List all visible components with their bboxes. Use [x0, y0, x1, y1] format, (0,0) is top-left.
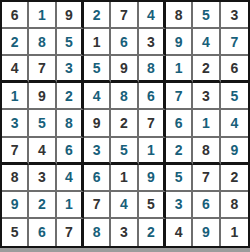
cell-r6c7[interactable]: 2	[166, 138, 193, 165]
cell-r7c4[interactable]: 6	[84, 165, 111, 192]
cell-r2c5[interactable]: 6	[111, 29, 138, 56]
cell-r2c4[interactable]: 1	[84, 29, 111, 56]
cell-r1c1[interactable]: 6	[2, 2, 29, 29]
cell-r2c1[interactable]: 2	[2, 29, 29, 56]
cell-r9c8[interactable]: 9	[193, 219, 220, 246]
cell-r2c9[interactable]: 7	[221, 29, 248, 56]
cell-r9c4[interactable]: 8	[84, 219, 111, 246]
cell-r4c8[interactable]: 3	[193, 83, 220, 110]
cell-r9c9[interactable]: 1	[221, 219, 248, 246]
cell-r4c5[interactable]: 8	[111, 83, 138, 110]
cell-r3c7[interactable]: 1	[166, 56, 193, 83]
cell-r3c5[interactable]: 9	[111, 56, 138, 83]
cell-r5c7[interactable]: 6	[166, 110, 193, 137]
cell-r7c5[interactable]: 1	[111, 165, 138, 192]
cell-r3c4[interactable]: 5	[84, 56, 111, 83]
cell-r5c9[interactable]: 4	[221, 110, 248, 137]
cell-r4c4[interactable]: 4	[84, 83, 111, 110]
cell-r7c9[interactable]: 2	[221, 165, 248, 192]
cell-r8c7[interactable]: 3	[166, 192, 193, 219]
cell-r8c4[interactable]: 7	[84, 192, 111, 219]
cell-r4c2[interactable]: 9	[29, 83, 56, 110]
cell-r6c9[interactable]: 9	[221, 138, 248, 165]
cell-r6c6[interactable]: 1	[139, 138, 166, 165]
cell-r1c7[interactable]: 8	[166, 2, 193, 29]
cell-r8c9[interactable]: 8	[221, 192, 248, 219]
cell-r4c1[interactable]: 1	[2, 83, 29, 110]
cell-r2c2[interactable]: 8	[29, 29, 56, 56]
cell-r7c1[interactable]: 8	[2, 165, 29, 192]
cell-r4c6[interactable]: 6	[139, 83, 166, 110]
cell-r2c6[interactable]: 3	[139, 29, 166, 56]
cell-r7c6[interactable]: 9	[139, 165, 166, 192]
cell-r3c6[interactable]: 8	[139, 56, 166, 83]
cell-r5c2[interactable]: 5	[29, 110, 56, 137]
cell-r3c8[interactable]: 2	[193, 56, 220, 83]
cell-r5c3[interactable]: 8	[57, 110, 84, 137]
cell-r9c2[interactable]: 6	[29, 219, 56, 246]
cell-r3c9[interactable]: 6	[221, 56, 248, 83]
cell-r4c3[interactable]: 2	[57, 83, 84, 110]
cell-r9c1[interactable]: 5	[2, 219, 29, 246]
cell-r1c2[interactable]: 1	[29, 2, 56, 29]
cell-r6c2[interactable]: 4	[29, 138, 56, 165]
cell-r3c2[interactable]: 7	[29, 56, 56, 83]
board-bottom-shadow	[0, 248, 250, 252]
cell-r4c9[interactable]: 5	[221, 83, 248, 110]
cell-r3c3[interactable]: 3	[57, 56, 84, 83]
cell-r5c4[interactable]: 9	[84, 110, 111, 137]
cell-r6c4[interactable]: 3	[84, 138, 111, 165]
cell-r9c3[interactable]: 7	[57, 219, 84, 246]
cell-r2c8[interactable]: 4	[193, 29, 220, 56]
cell-r9c6[interactable]: 2	[139, 219, 166, 246]
cell-r7c8[interactable]: 7	[193, 165, 220, 192]
cell-r8c2[interactable]: 2	[29, 192, 56, 219]
sudoku-page: 6192748532851639474735981261924867353589…	[0, 0, 250, 252]
cell-r6c1[interactable]: 7	[2, 138, 29, 165]
sudoku-board: 6192748532851639474735981261924867353589…	[0, 0, 250, 248]
cell-r9c7[interactable]: 4	[166, 219, 193, 246]
cell-r5c5[interactable]: 2	[111, 110, 138, 137]
cell-r7c2[interactable]: 3	[29, 165, 56, 192]
cell-r8c6[interactable]: 5	[139, 192, 166, 219]
cell-r2c3[interactable]: 5	[57, 29, 84, 56]
cell-r1c9[interactable]: 3	[221, 2, 248, 29]
cell-r1c3[interactable]: 9	[57, 2, 84, 29]
cell-r1c4[interactable]: 2	[84, 2, 111, 29]
cell-r8c1[interactable]: 9	[2, 192, 29, 219]
cell-r5c8[interactable]: 1	[193, 110, 220, 137]
cell-r1c6[interactable]: 4	[139, 2, 166, 29]
cell-r6c8[interactable]: 8	[193, 138, 220, 165]
cell-r6c3[interactable]: 6	[57, 138, 84, 165]
cell-r6c5[interactable]: 5	[111, 138, 138, 165]
cell-r2c7[interactable]: 9	[166, 29, 193, 56]
cell-r5c1[interactable]: 3	[2, 110, 29, 137]
cell-r1c5[interactable]: 7	[111, 2, 138, 29]
cell-r8c8[interactable]: 6	[193, 192, 220, 219]
cell-r5c6[interactable]: 7	[139, 110, 166, 137]
cell-r7c3[interactable]: 4	[57, 165, 84, 192]
cell-r3c1[interactable]: 4	[2, 56, 29, 83]
cell-r4c7[interactable]: 7	[166, 83, 193, 110]
cell-r8c5[interactable]: 4	[111, 192, 138, 219]
cell-r7c7[interactable]: 5	[166, 165, 193, 192]
cell-r8c3[interactable]: 1	[57, 192, 84, 219]
cell-r9c5[interactable]: 3	[111, 219, 138, 246]
cell-r1c8[interactable]: 5	[193, 2, 220, 29]
